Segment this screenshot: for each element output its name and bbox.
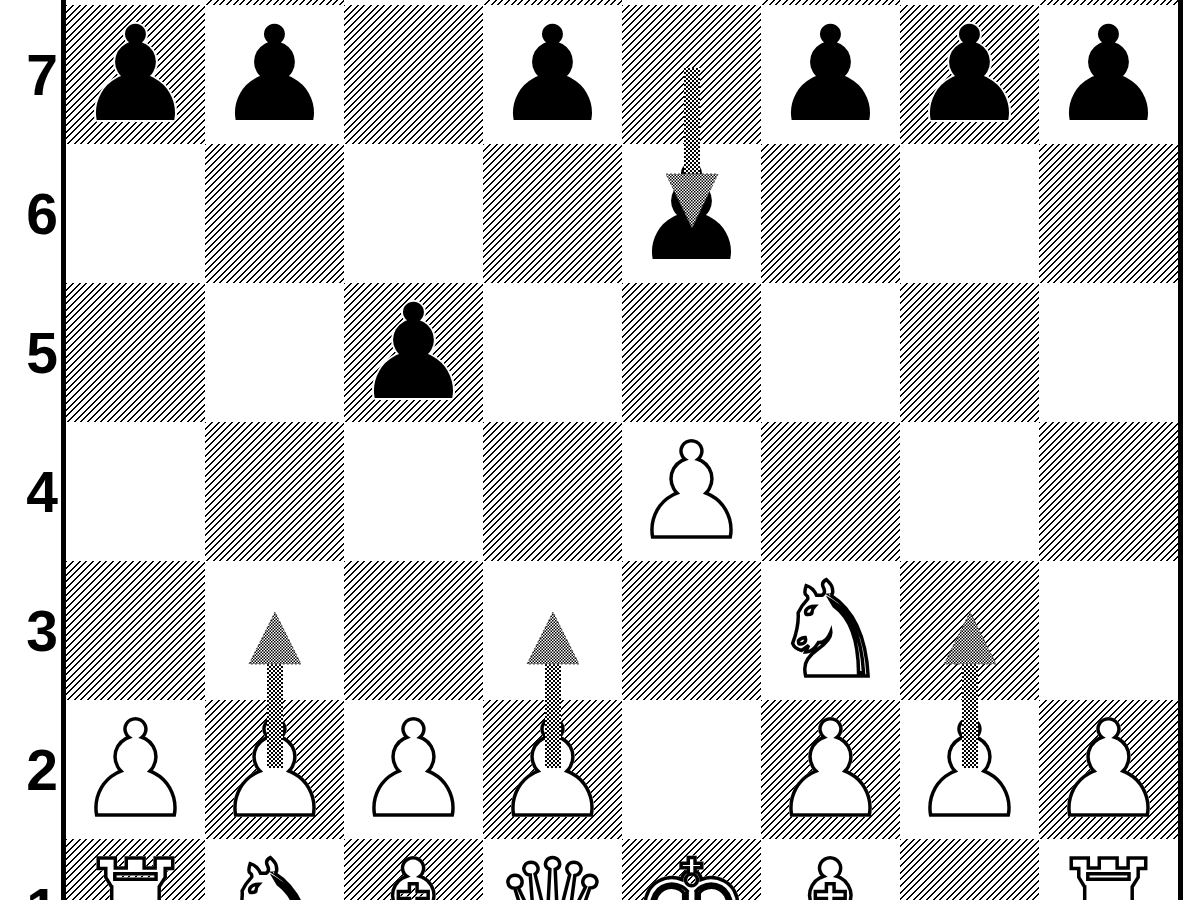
black-pawn-d7[interactable]: ♟ xyxy=(483,5,622,144)
rank-label-1: 1 xyxy=(0,839,58,900)
square-b6[interactable] xyxy=(205,144,344,283)
white-pawn-c2[interactable]: ♟ xyxy=(344,700,483,839)
square-a6[interactable] xyxy=(66,144,205,283)
rank-label-7: 7 xyxy=(0,5,58,144)
square-b5[interactable] xyxy=(205,283,344,422)
square-h3[interactable] xyxy=(1039,561,1178,700)
board-right-border xyxy=(1178,0,1183,900)
square-e5[interactable] xyxy=(622,283,761,422)
white-queen-d1[interactable]: ♛ xyxy=(483,839,622,900)
board-left-border xyxy=(61,0,66,900)
square-h6[interactable] xyxy=(1039,144,1178,283)
rank-label-6: 6 xyxy=(0,144,58,283)
rank-label-5: 5 xyxy=(0,283,58,422)
white-pawn-e4[interactable]: ♟ xyxy=(622,422,761,561)
white-rook-h1[interactable]: ♜ xyxy=(1039,839,1178,900)
white-pawn-g2[interactable]: ♟ xyxy=(900,700,1039,839)
square-g3[interactable] xyxy=(900,561,1039,700)
square-h5[interactable] xyxy=(1039,283,1178,422)
square-a5[interactable] xyxy=(66,283,205,422)
square-f5[interactable] xyxy=(761,283,900,422)
black-pawn-f7[interactable]: ♟ xyxy=(761,5,900,144)
square-e7[interactable] xyxy=(622,5,761,144)
square-f4[interactable] xyxy=(761,422,900,561)
white-pawn-h2[interactable]: ♟ xyxy=(1039,700,1178,839)
black-pawn-a7[interactable]: ♟ xyxy=(66,5,205,144)
white-pawn-b2[interactable]: ♟ xyxy=(205,700,344,839)
rank-label-4: 4 xyxy=(0,422,58,561)
square-a4[interactable] xyxy=(66,422,205,561)
black-pawn-h7[interactable]: ♟ xyxy=(1039,5,1178,144)
black-pawn-e6[interactable]: ♟ xyxy=(622,144,761,283)
rank-label-3: 3 xyxy=(0,561,58,700)
white-king-e1[interactable]: ♚ xyxy=(622,839,761,900)
square-c7[interactable] xyxy=(344,5,483,144)
square-e2[interactable] xyxy=(622,700,761,839)
square-g6[interactable] xyxy=(900,144,1039,283)
white-rook-a1[interactable]: ♜ xyxy=(66,839,205,900)
square-g4[interactable] xyxy=(900,422,1039,561)
white-bishop-f1[interactable]: ♝ xyxy=(761,839,900,900)
square-c6[interactable] xyxy=(344,144,483,283)
square-d6[interactable] xyxy=(483,144,622,283)
white-pawn-a2[interactable]: ♟ xyxy=(66,700,205,839)
square-e3[interactable] xyxy=(622,561,761,700)
square-h4[interactable] xyxy=(1039,422,1178,561)
square-b3[interactable] xyxy=(205,561,344,700)
square-d4[interactable] xyxy=(483,422,622,561)
white-bishop-c1[interactable]: ♝ xyxy=(344,839,483,900)
square-g1[interactable] xyxy=(900,839,1039,900)
chess-board: ♟♟♟♟♟♟♟♟♟♞♟♟♟♟♟♟♟♜♞♝♛♚♝♜ xyxy=(66,0,1178,900)
white-knight-f3[interactable]: ♞ xyxy=(761,561,900,700)
square-c4[interactable] xyxy=(344,422,483,561)
rank-label-2: 2 xyxy=(0,700,58,839)
chess-board-viewport: ♟♟♟♟♟♟♟♟♟♞♟♟♟♟♟♟♟♜♞♝♛♚♝♜ 7654321 xyxy=(0,0,1200,900)
white-knight-b1[interactable]: ♞ xyxy=(205,839,344,900)
square-a3[interactable] xyxy=(66,561,205,700)
square-f6[interactable] xyxy=(761,144,900,283)
black-pawn-b7[interactable]: ♟ xyxy=(205,5,344,144)
black-pawn-g7[interactable]: ♟ xyxy=(900,5,1039,144)
square-b4[interactable] xyxy=(205,422,344,561)
square-g5[interactable] xyxy=(900,283,1039,422)
square-d3[interactable] xyxy=(483,561,622,700)
black-pawn-c5[interactable]: ♟ xyxy=(344,283,483,422)
square-d5[interactable] xyxy=(483,283,622,422)
white-pawn-f2[interactable]: ♟ xyxy=(761,700,900,839)
white-pawn-d2[interactable]: ♟ xyxy=(483,700,622,839)
square-c3[interactable] xyxy=(344,561,483,700)
